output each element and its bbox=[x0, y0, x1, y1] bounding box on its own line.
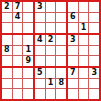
cell-r9c9[interactable] bbox=[89, 89, 99, 99]
sudoku-box-4: 42 bbox=[35, 35, 66, 66]
cell-r4c3[interactable] bbox=[23, 35, 33, 45]
cell-r9c8[interactable] bbox=[79, 89, 89, 99]
cell-r3c8[interactable]: 1 bbox=[79, 23, 89, 33]
cell-r3c5[interactable] bbox=[46, 23, 56, 33]
cell-r5c2[interactable] bbox=[13, 46, 23, 56]
cell-r6c8[interactable] bbox=[79, 56, 89, 66]
cell-r8c3[interactable] bbox=[23, 79, 33, 89]
sudoku-box-6 bbox=[2, 68, 33, 99]
cell-r4c8[interactable] bbox=[79, 35, 89, 45]
cell-r6c5[interactable] bbox=[46, 56, 56, 66]
cell-r8c8[interactable] bbox=[79, 79, 89, 89]
cell-r3c6[interactable] bbox=[56, 23, 66, 33]
cell-r5c1[interactable]: 8 bbox=[2, 46, 12, 56]
cell-r8c9[interactable] bbox=[89, 79, 99, 89]
cell-r2c3[interactable] bbox=[23, 13, 33, 23]
cell-r6c2[interactable] bbox=[13, 56, 23, 66]
cell-r5c9[interactable] bbox=[89, 46, 99, 56]
sudoku-box-5: 3 bbox=[68, 35, 99, 66]
cell-r4c9[interactable] bbox=[89, 35, 99, 45]
cell-r6c1[interactable] bbox=[2, 56, 12, 66]
cell-r1c9[interactable] bbox=[89, 2, 99, 12]
cell-r7c4[interactable]: 5 bbox=[35, 68, 45, 78]
cell-r8c1[interactable] bbox=[2, 79, 12, 89]
cell-r8c5[interactable]: 1 bbox=[46, 79, 56, 89]
cell-r6c9[interactable] bbox=[89, 56, 99, 66]
cell-r2c4[interactable] bbox=[35, 13, 45, 23]
cell-r5c8[interactable] bbox=[79, 46, 89, 56]
cell-r5c4[interactable] bbox=[35, 46, 45, 56]
cell-r9c5[interactable] bbox=[46, 89, 56, 99]
cell-r4c2[interactable] bbox=[13, 35, 23, 45]
cell-r2c5[interactable] bbox=[46, 13, 56, 23]
cell-r4c7[interactable]: 3 bbox=[68, 35, 78, 45]
cell-r5c3[interactable]: 1 bbox=[23, 46, 33, 56]
cell-r6c4[interactable] bbox=[35, 56, 45, 66]
cell-r8c6[interactable]: 8 bbox=[56, 79, 66, 89]
cell-r6c6[interactable] bbox=[56, 56, 66, 66]
cell-r3c2[interactable] bbox=[13, 23, 23, 33]
cell-r6c3[interactable]: 9 bbox=[23, 56, 33, 66]
cell-r4c4[interactable]: 4 bbox=[35, 35, 45, 45]
cell-r3c7[interactable] bbox=[68, 23, 78, 33]
cell-r9c6[interactable] bbox=[56, 89, 66, 99]
cell-r8c2[interactable] bbox=[13, 79, 23, 89]
cell-r9c2[interactable] bbox=[13, 89, 23, 99]
sudoku-box-2: 61 bbox=[68, 2, 99, 33]
cell-r1c5[interactable] bbox=[46, 2, 56, 12]
cell-r7c3[interactable] bbox=[23, 68, 33, 78]
cell-r5c5[interactable] bbox=[46, 46, 56, 56]
cell-r2c2[interactable]: 4 bbox=[13, 13, 23, 23]
cell-r4c1[interactable] bbox=[2, 35, 12, 45]
sudoku-box-0: 274 bbox=[2, 2, 33, 33]
cell-r1c4[interactable]: 3 bbox=[35, 2, 45, 12]
sudoku-board: 27436181942351873 bbox=[0, 0, 101, 101]
cell-r8c7[interactable] bbox=[68, 79, 78, 89]
cell-r9c7[interactable] bbox=[68, 89, 78, 99]
cell-r7c9[interactable]: 3 bbox=[89, 68, 99, 78]
cell-r6c7[interactable] bbox=[68, 56, 78, 66]
cell-r3c4[interactable] bbox=[35, 23, 45, 33]
cell-r2c6[interactable] bbox=[56, 13, 66, 23]
cell-r7c1[interactable] bbox=[2, 68, 12, 78]
cell-r7c8[interactable] bbox=[79, 68, 89, 78]
cell-r7c2[interactable] bbox=[13, 68, 23, 78]
cell-r7c6[interactable] bbox=[56, 68, 66, 78]
sudoku-box-7: 518 bbox=[35, 68, 66, 99]
cell-r1c1[interactable]: 2 bbox=[2, 2, 12, 12]
cell-r3c3[interactable] bbox=[23, 23, 33, 33]
cell-r2c7[interactable]: 6 bbox=[68, 13, 78, 23]
cell-r5c6[interactable] bbox=[56, 46, 66, 56]
cell-r9c3[interactable] bbox=[23, 89, 33, 99]
cell-r8c4[interactable] bbox=[35, 79, 45, 89]
cell-r4c6[interactable] bbox=[56, 35, 66, 45]
sudoku-box-8: 73 bbox=[68, 68, 99, 99]
cell-r2c9[interactable] bbox=[89, 13, 99, 23]
cell-r1c8[interactable] bbox=[79, 2, 89, 12]
cell-r9c1[interactable] bbox=[2, 89, 12, 99]
cell-r4c5[interactable]: 2 bbox=[46, 35, 56, 45]
sudoku-box-3: 819 bbox=[2, 35, 33, 66]
cell-r2c8[interactable] bbox=[79, 13, 89, 23]
cell-r9c4[interactable] bbox=[35, 89, 45, 99]
cell-r3c9[interactable] bbox=[89, 23, 99, 33]
cell-r7c7[interactable]: 7 bbox=[68, 68, 78, 78]
cell-r1c6[interactable] bbox=[56, 2, 66, 12]
cell-r1c2[interactable]: 7 bbox=[13, 2, 23, 12]
cell-r2c1[interactable] bbox=[2, 13, 12, 23]
cell-r1c7[interactable] bbox=[68, 2, 78, 12]
sudoku-box-1: 3 bbox=[35, 2, 66, 33]
cell-r1c3[interactable] bbox=[23, 2, 33, 12]
cell-r5c7[interactable] bbox=[68, 46, 78, 56]
cell-r7c5[interactable] bbox=[46, 68, 56, 78]
cell-r3c1[interactable] bbox=[2, 23, 12, 33]
